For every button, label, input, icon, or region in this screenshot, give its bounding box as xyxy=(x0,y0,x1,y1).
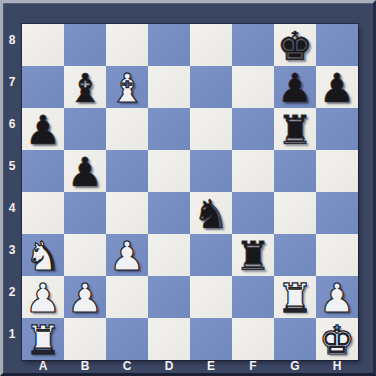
square-h8[interactable] xyxy=(316,24,358,66)
square-c7[interactable]: ♝ xyxy=(106,66,148,108)
rank-label-3: 3 xyxy=(3,229,21,271)
square-f2[interactable] xyxy=(232,276,274,318)
square-d2[interactable] xyxy=(148,276,190,318)
piece-black-pawn[interactable]: ♟ xyxy=(25,109,61,151)
square-b1[interactable] xyxy=(64,318,106,360)
square-g8[interactable]: ♚ xyxy=(274,24,316,66)
square-g2[interactable]: ♜ xyxy=(274,276,316,318)
piece-white-pawn[interactable]: ♟ xyxy=(67,277,103,319)
square-c6[interactable] xyxy=(106,108,148,150)
square-d6[interactable] xyxy=(148,108,190,150)
square-d4[interactable] xyxy=(148,192,190,234)
square-a5[interactable] xyxy=(22,150,64,192)
square-h7[interactable]: ♟ xyxy=(316,66,358,108)
file-label-c: C xyxy=(106,359,148,374)
square-a6[interactable]: ♟ xyxy=(22,108,64,150)
square-h6[interactable] xyxy=(316,108,358,150)
square-c3[interactable]: ♟ xyxy=(106,234,148,276)
square-h4[interactable] xyxy=(316,192,358,234)
square-f8[interactable] xyxy=(232,24,274,66)
piece-white-pawn[interactable]: ♟ xyxy=(25,277,61,319)
square-g7[interactable]: ♟ xyxy=(274,66,316,108)
square-e5[interactable] xyxy=(190,150,232,192)
piece-white-bishop[interactable]: ♝ xyxy=(109,67,145,109)
square-f4[interactable] xyxy=(232,192,274,234)
square-a3[interactable]: ♞ xyxy=(22,234,64,276)
square-h3[interactable] xyxy=(316,234,358,276)
square-c2[interactable] xyxy=(106,276,148,318)
piece-white-pawn[interactable]: ♟ xyxy=(319,277,355,319)
square-f5[interactable] xyxy=(232,150,274,192)
square-b6[interactable] xyxy=(64,108,106,150)
square-f7[interactable] xyxy=(232,66,274,108)
square-g1[interactable] xyxy=(274,318,316,360)
square-b3[interactable] xyxy=(64,234,106,276)
piece-white-knight[interactable]: ♞ xyxy=(25,235,61,277)
square-c5[interactable] xyxy=(106,150,148,192)
square-d5[interactable] xyxy=(148,150,190,192)
file-label-f: F xyxy=(232,359,274,374)
square-b7[interactable]: ♝ xyxy=(64,66,106,108)
piece-white-rook[interactable]: ♜ xyxy=(277,277,313,319)
square-b2[interactable]: ♟ xyxy=(64,276,106,318)
square-a7[interactable] xyxy=(22,66,64,108)
square-g4[interactable] xyxy=(274,192,316,234)
piece-black-rook[interactable]: ♜ xyxy=(235,235,271,277)
square-a2[interactable]: ♟ xyxy=(22,276,64,318)
square-e4[interactable]: ♞ xyxy=(190,192,232,234)
file-label-e: E xyxy=(190,359,232,374)
file-label-h: H xyxy=(316,359,358,374)
piece-black-rook[interactable]: ♜ xyxy=(277,109,313,151)
square-b8[interactable] xyxy=(64,24,106,66)
square-b5[interactable]: ♟ xyxy=(64,150,106,192)
piece-black-pawn[interactable]: ♟ xyxy=(319,67,355,109)
square-a8[interactable] xyxy=(22,24,64,66)
square-h1[interactable]: ♚ xyxy=(316,318,358,360)
rank-label-7: 7 xyxy=(3,61,21,103)
square-g5[interactable] xyxy=(274,150,316,192)
square-e8[interactable] xyxy=(190,24,232,66)
piece-white-pawn[interactable]: ♟ xyxy=(109,235,145,277)
square-d3[interactable] xyxy=(148,234,190,276)
file-label-d: D xyxy=(148,359,190,374)
square-e3[interactable] xyxy=(190,234,232,276)
square-d1[interactable] xyxy=(148,318,190,360)
square-h2[interactable]: ♟ xyxy=(316,276,358,318)
square-a1[interactable]: ♜ xyxy=(22,318,64,360)
square-d8[interactable] xyxy=(148,24,190,66)
square-b4[interactable] xyxy=(64,192,106,234)
square-h5[interactable] xyxy=(316,150,358,192)
piece-black-king[interactable]: ♚ xyxy=(277,25,313,67)
file-label-b: B xyxy=(64,359,106,374)
chess-board: ♚♝♝♟♟♟♜♟♞♞♟♜♟♟♜♟♜♚ xyxy=(22,24,358,360)
rank-label-4: 4 xyxy=(3,187,21,229)
square-d7[interactable] xyxy=(148,66,190,108)
rank-label-6: 6 xyxy=(3,103,21,145)
square-g3[interactable] xyxy=(274,234,316,276)
square-e2[interactable] xyxy=(190,276,232,318)
square-f3[interactable]: ♜ xyxy=(232,234,274,276)
piece-black-bishop[interactable]: ♝ xyxy=(67,67,103,109)
square-a4[interactable] xyxy=(22,192,64,234)
square-f1[interactable] xyxy=(232,318,274,360)
file-label-a: A xyxy=(22,359,64,374)
piece-black-pawn[interactable]: ♟ xyxy=(277,67,313,109)
piece-black-knight[interactable]: ♞ xyxy=(193,193,229,235)
square-c4[interactable] xyxy=(106,192,148,234)
square-c8[interactable] xyxy=(106,24,148,66)
rank-label-8: 8 xyxy=(3,19,21,61)
square-g6[interactable]: ♜ xyxy=(274,108,316,150)
rank-label-5: 5 xyxy=(3,145,21,187)
rank-label-2: 2 xyxy=(3,271,21,313)
board-frame: ♚♝♝♟♟♟♜♟♞♞♟♜♟♟♜♟♜♚ 87654321ABCDEFGH xyxy=(0,0,376,376)
square-e6[interactable] xyxy=(190,108,232,150)
piece-white-rook[interactable]: ♜ xyxy=(25,319,61,361)
square-c1[interactable] xyxy=(106,318,148,360)
square-e1[interactable] xyxy=(190,318,232,360)
rank-label-1: 1 xyxy=(3,313,21,355)
file-label-g: G xyxy=(274,359,316,374)
piece-black-pawn[interactable]: ♟ xyxy=(67,151,103,193)
square-e7[interactable] xyxy=(190,66,232,108)
square-f6[interactable] xyxy=(232,108,274,150)
piece-white-king[interactable]: ♚ xyxy=(319,319,355,361)
